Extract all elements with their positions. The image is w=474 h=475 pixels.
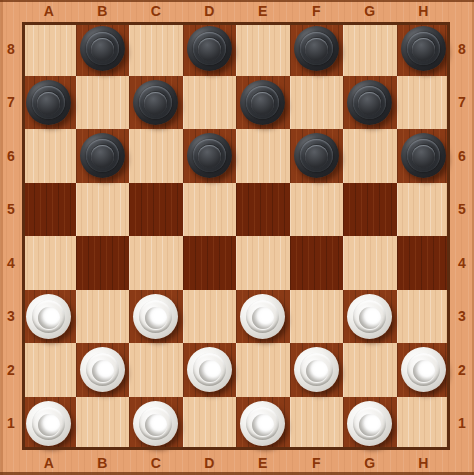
frame-corner: [0, 0, 22, 22]
square-g6[interactable]: [343, 129, 397, 183]
rank-label-right-4: 4: [450, 236, 474, 290]
square-e2[interactable]: [236, 343, 290, 397]
square-e8[interactable]: [236, 22, 290, 76]
square-c5[interactable]: [129, 183, 183, 237]
square-h3[interactable]: [397, 290, 451, 344]
piece-dark[interactable]: [401, 26, 446, 71]
square-c7[interactable]: [129, 76, 183, 130]
square-h7[interactable]: [397, 76, 451, 130]
rank-label-left-4: 4: [0, 236, 22, 290]
rank-label-right-5: 5: [450, 183, 474, 237]
rank-label-left-3: 3: [0, 290, 22, 344]
square-b5[interactable]: [76, 183, 130, 237]
piece-light[interactable]: [240, 294, 285, 339]
square-f1[interactable]: [290, 397, 344, 451]
square-h4[interactable]: [397, 236, 451, 290]
file-label-top-b: B: [76, 0, 130, 22]
file-label-bottom-g: G: [343, 450, 397, 475]
piece-light[interactable]: [347, 401, 392, 446]
rank-label-right-8: 8: [450, 22, 474, 76]
file-label-top-d: D: [183, 0, 237, 22]
piece-light[interactable]: [187, 347, 232, 392]
square-d4[interactable]: [183, 236, 237, 290]
file-label-top-a: A: [22, 0, 76, 22]
square-b7[interactable]: [76, 76, 130, 130]
piece-dark[interactable]: [80, 133, 125, 178]
square-e3[interactable]: [236, 290, 290, 344]
square-d2[interactable]: [183, 343, 237, 397]
frame-corner: [0, 450, 22, 475]
square-f4[interactable]: [290, 236, 344, 290]
piece-dark[interactable]: [80, 26, 125, 71]
square-d7[interactable]: [183, 76, 237, 130]
square-g3[interactable]: [343, 290, 397, 344]
piece-dark[interactable]: [294, 133, 339, 178]
square-a1[interactable]: [22, 397, 76, 451]
square-g1[interactable]: [343, 397, 397, 451]
square-g7[interactable]: [343, 76, 397, 130]
piece-light[interactable]: [26, 294, 71, 339]
square-e7[interactable]: [236, 76, 290, 130]
square-a3[interactable]: [22, 290, 76, 344]
square-a2[interactable]: [22, 343, 76, 397]
square-c2[interactable]: [129, 343, 183, 397]
square-h8[interactable]: [397, 22, 451, 76]
square-d1[interactable]: [183, 397, 237, 451]
frame-corner: [450, 0, 474, 22]
square-d3[interactable]: [183, 290, 237, 344]
file-label-top-c: C: [129, 0, 183, 22]
square-c3[interactable]: [129, 290, 183, 344]
rank-label-left-8: 8: [0, 22, 22, 76]
piece-light[interactable]: [294, 347, 339, 392]
square-c8[interactable]: [129, 22, 183, 76]
file-label-bottom-a: A: [22, 450, 76, 475]
square-h1[interactable]: [397, 397, 451, 451]
piece-dark[interactable]: [133, 80, 178, 125]
square-a8[interactable]: [22, 22, 76, 76]
square-c6[interactable]: [129, 129, 183, 183]
rank-label-right-1: 1: [450, 397, 474, 451]
piece-dark[interactable]: [401, 133, 446, 178]
file-label-bottom-d: D: [183, 450, 237, 475]
file-label-bottom-c: C: [129, 450, 183, 475]
square-f7[interactable]: [290, 76, 344, 130]
square-b2[interactable]: [76, 343, 130, 397]
square-f3[interactable]: [290, 290, 344, 344]
file-label-top-f: F: [290, 0, 344, 22]
frame-corner: [450, 450, 474, 475]
rank-label-right-2: 2: [450, 343, 474, 397]
square-e5[interactable]: [236, 183, 290, 237]
square-g2[interactable]: [343, 343, 397, 397]
file-label-bottom-h: H: [397, 450, 451, 475]
square-e4[interactable]: [236, 236, 290, 290]
checkers-board-frame: ABCDEFGH8877665544332211ABCDEFGH: [0, 0, 474, 475]
rank-label-left-6: 6: [0, 129, 22, 183]
rank-label-right-6: 6: [450, 129, 474, 183]
rank-label-left-7: 7: [0, 76, 22, 130]
square-d8[interactable]: [183, 22, 237, 76]
square-b4[interactable]: [76, 236, 130, 290]
square-b3[interactable]: [76, 290, 130, 344]
rank-label-left-5: 5: [0, 183, 22, 237]
piece-light[interactable]: [401, 347, 446, 392]
square-a4[interactable]: [22, 236, 76, 290]
square-g5[interactable]: [343, 183, 397, 237]
square-e1[interactable]: [236, 397, 290, 451]
square-e6[interactable]: [236, 129, 290, 183]
piece-light[interactable]: [240, 401, 285, 446]
board-grid: ABCDEFGH8877665544332211ABCDEFGH: [0, 0, 474, 475]
file-label-bottom-b: B: [76, 450, 130, 475]
square-b8[interactable]: [76, 22, 130, 76]
square-a7[interactable]: [22, 76, 76, 130]
square-h6[interactable]: [397, 129, 451, 183]
square-d5[interactable]: [183, 183, 237, 237]
rank-label-left-1: 1: [0, 397, 22, 451]
square-f2[interactable]: [290, 343, 344, 397]
piece-dark[interactable]: [187, 26, 232, 71]
square-a5[interactable]: [22, 183, 76, 237]
piece-light[interactable]: [80, 347, 125, 392]
piece-light[interactable]: [347, 294, 392, 339]
square-a6[interactable]: [22, 129, 76, 183]
piece-dark[interactable]: [240, 80, 285, 125]
square-b1[interactable]: [76, 397, 130, 451]
file-label-bottom-e: E: [236, 450, 290, 475]
piece-dark[interactable]: [26, 80, 71, 125]
piece-light[interactable]: [133, 294, 178, 339]
square-h5[interactable]: [397, 183, 451, 237]
file-label-bottom-f: F: [290, 450, 344, 475]
square-d6[interactable]: [183, 129, 237, 183]
square-c1[interactable]: [129, 397, 183, 451]
square-g8[interactable]: [343, 22, 397, 76]
square-h2[interactable]: [397, 343, 451, 397]
file-label-top-h: H: [397, 0, 451, 22]
piece-dark[interactable]: [187, 133, 232, 178]
rank-label-left-2: 2: [0, 343, 22, 397]
piece-dark[interactable]: [347, 80, 392, 125]
rank-label-right-3: 3: [450, 290, 474, 344]
piece-light[interactable]: [133, 401, 178, 446]
file-label-top-g: G: [343, 0, 397, 22]
rank-label-right-7: 7: [450, 76, 474, 130]
square-g4[interactable]: [343, 236, 397, 290]
square-c4[interactable]: [129, 236, 183, 290]
square-f5[interactable]: [290, 183, 344, 237]
square-f8[interactable]: [290, 22, 344, 76]
square-b6[interactable]: [76, 129, 130, 183]
piece-dark[interactable]: [294, 26, 339, 71]
file-label-top-e: E: [236, 0, 290, 22]
square-f6[interactable]: [290, 129, 344, 183]
piece-light[interactable]: [26, 401, 71, 446]
